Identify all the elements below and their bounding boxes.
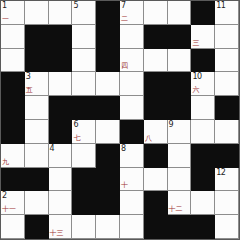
black-cell-r9c8 [191,215,215,239]
white-cell-r5c9[interactable] [215,120,239,144]
white-cell-r4c8[interactable] [191,96,215,120]
white-cell-r2c3[interactable] [72,49,96,73]
white-cell-r8c5[interactable] [120,191,144,215]
black-cell-r6c4 [96,144,120,168]
across-clue-number-五: 五 [26,87,33,94]
across-clue-number-六: 六 [192,87,199,94]
down-clue-number-5: 5 [73,1,78,10]
down-clue-number-1: 1 [2,1,7,10]
white-cell-r3c9[interactable] [215,72,239,96]
across-clue-number-二: 二 [121,16,128,23]
black-cell-r9c7 [168,215,192,239]
black-cell-r6c6 [144,144,168,168]
white-cell-r9c2[interactable]: 十三 [49,215,73,239]
white-cell-r9c4[interactable] [96,215,120,239]
down-clue-number-6: 6 [73,120,78,129]
white-cell-r2c9[interactable] [215,49,239,73]
black-cell-r0c4 [96,1,120,25]
white-cell-r0c6[interactable] [144,1,168,25]
white-cell-r0c3[interactable]: 5 [72,1,96,25]
across-clue-number-十二: 十二 [169,206,183,213]
white-cell-r9c5[interactable] [120,215,144,239]
black-cell-r4c3 [72,96,96,120]
black-cell-r7c1 [25,168,49,192]
black-cell-r0c8 [191,1,215,25]
black-cell-r3c6 [144,72,168,96]
black-cell-r5c5 [120,120,144,144]
across-clue-number-九: 九 [2,159,9,166]
black-cell-r4c6 [144,96,168,120]
black-cell-r9c1 [25,215,49,239]
white-cell-r8c9[interactable] [215,191,239,215]
across-clue-number-十: 十 [121,182,128,189]
black-cell-r4c9 [215,96,239,120]
black-cell-r6c8 [191,144,215,168]
across-clue-number-七: 七 [73,135,80,142]
down-clue-number-9: 9 [169,120,174,129]
white-cell-r7c9[interactable]: 12 [215,168,239,192]
black-cell-r2c2 [49,49,73,73]
white-cell-r2c6[interactable] [144,49,168,73]
white-cell-r5c4[interactable] [96,120,120,144]
white-cell-r9c0[interactable] [1,215,25,239]
white-cell-r7c7[interactable] [168,168,192,192]
across-clue-number-一: 一 [2,16,9,23]
white-cell-r2c7[interactable] [168,49,192,73]
white-cell-r5c3[interactable]: 6七 [72,120,96,144]
black-cell-r1c2 [49,25,73,49]
black-cell-r1c1 [25,25,49,49]
black-cell-r8c3 [72,191,96,215]
across-clue-number-四: 四 [121,63,128,70]
black-cell-r9c6 [144,215,168,239]
down-clue-number-10: 10 [192,72,201,81]
white-cell-r6c1[interactable] [25,144,49,168]
white-cell-r5c1[interactable] [25,120,49,144]
white-cell-r3c3[interactable] [72,72,96,96]
down-clue-number-4: 4 [50,144,55,153]
down-clue-number-7: 7 [121,1,126,10]
white-cell-r9c3[interactable] [72,215,96,239]
white-cell-r5c6[interactable]: 八 [144,120,168,144]
white-cell-r1c0[interactable] [1,25,25,49]
white-cell-r6c7[interactable] [168,144,192,168]
black-cell-r3c7 [168,72,192,96]
white-cell-r3c8[interactable]: 10六 [191,72,215,96]
black-cell-r4c0 [1,96,25,120]
white-cell-r9c9[interactable] [215,215,239,239]
across-clue-number-十一: 十一 [2,206,16,213]
black-cell-r7c0 [1,168,25,192]
black-cell-r4c7 [168,96,192,120]
black-cell-r2c1 [25,49,49,73]
black-cell-r8c4 [96,191,120,215]
white-cell-r1c5[interactable] [120,25,144,49]
across-clue-number-三: 三 [192,40,199,47]
white-cell-r0c1[interactable] [25,1,49,25]
down-clue-number-2: 2 [2,191,7,200]
white-cell-r3c4[interactable] [96,72,120,96]
black-cell-r6c9 [215,144,239,168]
white-cell-r0c2[interactable] [49,1,73,25]
white-cell-r1c9[interactable] [215,25,239,49]
white-cell-r1c8[interactable]: 三 [191,25,215,49]
black-cell-r1c7 [168,25,192,49]
white-cell-r3c2[interactable] [49,72,73,96]
white-cell-r6c0[interactable]: 九 [1,144,25,168]
white-cell-r0c0[interactable]: 1一 [1,1,25,25]
crossword-board: 1一57二11三四3五10六6七八9九48十122十一十二十三 [0,0,240,240]
white-cell-r2c0[interactable] [1,49,25,73]
white-cell-r8c2[interactable] [49,191,73,215]
white-cell-r4c1[interactable] [25,96,49,120]
white-cell-r8c8[interactable] [191,191,215,215]
black-cell-r5c0 [1,120,25,144]
down-clue-number-11: 11 [216,1,225,10]
black-cell-r3c0 [1,72,25,96]
white-cell-r8c1[interactable] [25,191,49,215]
white-cell-r4c5[interactable] [120,96,144,120]
white-cell-r5c7[interactable]: 9 [168,120,192,144]
white-cell-r0c9[interactable]: 11 [215,1,239,25]
white-cell-r6c5[interactable]: 8 [120,144,144,168]
white-cell-r3c1[interactable]: 3五 [25,72,49,96]
white-cell-r7c5[interactable]: 十 [120,168,144,192]
white-cell-r7c2[interactable] [49,168,73,192]
white-cell-r7c6[interactable] [144,168,168,192]
black-cell-r1c6 [144,25,168,49]
down-clue-number-8: 8 [121,144,126,153]
black-cell-r7c3 [72,168,96,192]
white-cell-r8c7[interactable]: 十二 [168,191,192,215]
white-cell-r6c2[interactable]: 4 [49,144,73,168]
across-clue-number-八: 八 [145,135,152,142]
white-cell-r8c0[interactable]: 2十一 [1,191,25,215]
white-cell-r3c5[interactable] [120,72,144,96]
down-clue-number-3: 3 [26,72,31,81]
black-cell-r2c8 [191,49,215,73]
across-clue-number-十三: 十三 [50,230,64,237]
black-cell-r8c6 [144,191,168,215]
black-cell-r4c2 [49,96,73,120]
black-cell-r7c4 [96,168,120,192]
white-cell-r0c5[interactable]: 7二 [120,1,144,25]
black-cell-r2c4 [96,49,120,73]
white-cell-r5c8[interactable] [191,120,215,144]
white-cell-r1c3[interactable] [72,25,96,49]
black-cell-r1c4 [96,25,120,49]
white-cell-r0c7[interactable] [168,1,192,25]
down-clue-number-12: 12 [216,168,225,177]
white-cell-r2c5[interactable]: 四 [120,49,144,73]
black-cell-r5c2 [49,120,73,144]
black-cell-r7c8 [191,168,215,192]
black-cell-r4c4 [96,96,120,120]
white-cell-r6c3[interactable] [72,144,96,168]
